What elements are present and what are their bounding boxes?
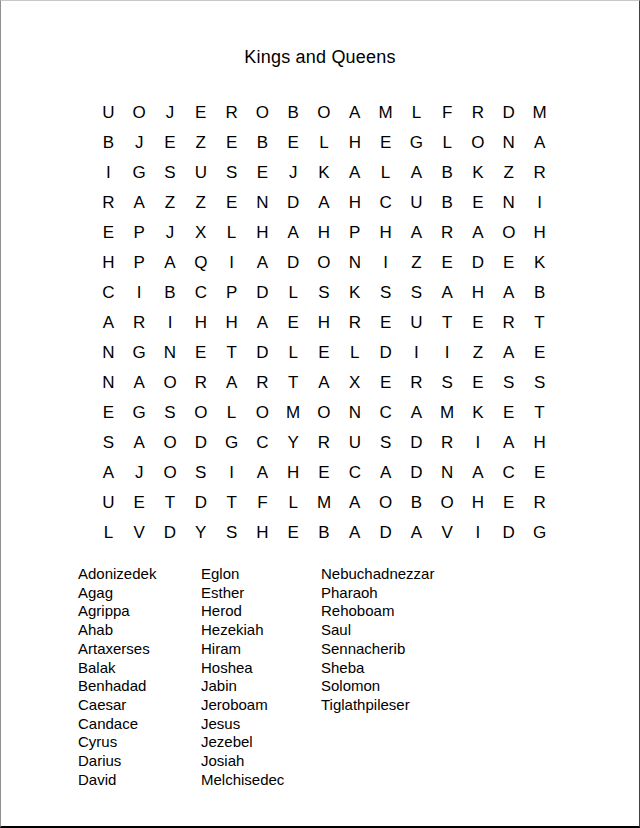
grid-cell[interactable]: L (401, 97, 432, 127)
grid-cell[interactable]: Y (185, 517, 216, 547)
grid-cell[interactable]: O (309, 97, 340, 127)
grid-cell[interactable]: M (278, 397, 309, 427)
grid-cell[interactable]: D (401, 457, 432, 487)
grid-cell[interactable]: P (124, 247, 155, 277)
grid-cell[interactable]: T (524, 307, 555, 337)
grid-cell[interactable]: E (278, 307, 309, 337)
grid-cell[interactable]: Z (155, 187, 186, 217)
grid-cell[interactable]: S (216, 157, 247, 187)
word-item: Jeroboam (201, 696, 321, 715)
grid-cell[interactable]: A (339, 487, 370, 517)
word-list-column: AdonizedekAgagAgrippaAhabArtaxersesBalak… (78, 565, 201, 789)
grid-cell[interactable]: C (493, 457, 524, 487)
grid-cell[interactable]: E (124, 487, 155, 517)
word-item: Hiram (201, 640, 321, 659)
grid-cell[interactable]: Z (401, 247, 432, 277)
word-item: Rehoboam (321, 602, 434, 621)
grid-cell[interactable]: N (155, 337, 186, 367)
grid-cell[interactable]: A (247, 247, 278, 277)
grid-cell[interactable]: E (432, 247, 463, 277)
grid-cell[interactable]: Y (278, 427, 309, 457)
grid-cell[interactable]: E (463, 367, 494, 397)
word-item: Hezekiah (201, 621, 321, 640)
word-item: Herod (201, 602, 321, 621)
grid-cell[interactable]: T (278, 367, 309, 397)
word-item: Artaxerses (78, 640, 201, 659)
grid-cell[interactable]: O (155, 427, 186, 457)
word-item: Melchisedec (201, 771, 321, 790)
grid-cell[interactable]: E (370, 307, 401, 337)
grid-cell[interactable]: N (493, 127, 524, 157)
grid-cell[interactable]: G (124, 337, 155, 367)
grid-cell[interactable]: C (370, 187, 401, 217)
grid-cell[interactable]: A (278, 217, 309, 247)
grid-cell[interactable]: M (370, 97, 401, 127)
grid-cell[interactable]: D (155, 517, 186, 547)
grid-cell[interactable]: H (524, 427, 555, 457)
word-item: Adonizedek (78, 565, 201, 584)
grid-cell[interactable]: S (432, 367, 463, 397)
grid-cell[interactable]: E (216, 127, 247, 157)
grid-cell[interactable]: I (93, 157, 124, 187)
grid-cell[interactable]: A (401, 217, 432, 247)
grid-cell[interactable]: P (339, 217, 370, 247)
grid-cell[interactable]: G (524, 517, 555, 547)
grid-cell[interactable]: A (124, 427, 155, 457)
grid-cell[interactable]: U (401, 307, 432, 337)
grid-cell[interactable]: L (93, 517, 124, 547)
word-search-page: Kings and Queens UOJEROBOAMLFRDMBJEZEBEL… (0, 0, 640, 828)
grid-cell[interactable]: E (93, 397, 124, 427)
grid-cell[interactable]: N (247, 187, 278, 217)
grid-cell[interactable]: E (493, 397, 524, 427)
grid-cell[interactable]: S (370, 277, 401, 307)
grid-cell[interactable]: Z (185, 127, 216, 157)
grid-cell[interactable]: A (124, 187, 155, 217)
grid-cell[interactable]: E (155, 127, 186, 157)
word-item: Agag (78, 584, 201, 603)
grid-cell[interactable]: A (370, 457, 401, 487)
grid-cell[interactable]: L (278, 487, 309, 517)
grid-cell[interactable]: P (216, 277, 247, 307)
grid-cell[interactable]: D (278, 187, 309, 217)
grid-cell[interactable]: N (432, 457, 463, 487)
grid-cell[interactable]: O (463, 127, 494, 157)
word-item: Hoshea (201, 659, 321, 678)
grid-cell[interactable]: N (493, 187, 524, 217)
grid-cell[interactable]: E (463, 307, 494, 337)
grid-cell[interactable]: D (401, 427, 432, 457)
grid-cell[interactable]: O (493, 217, 524, 247)
grid-cell[interactable]: H (463, 487, 494, 517)
grid-cell[interactable]: I (216, 457, 247, 487)
grid-cell[interactable]: H (216, 307, 247, 337)
grid-cell[interactable]: H (370, 217, 401, 247)
grid-cell[interactable]: U (185, 157, 216, 187)
grid-cell[interactable]: G (124, 157, 155, 187)
grid-cell[interactable]: E (278, 517, 309, 547)
grid-cell[interactable]: R (524, 487, 555, 517)
grid-cell[interactable]: I (401, 337, 432, 367)
grid-cell[interactable]: F (432, 97, 463, 127)
word-item: Balak (78, 659, 201, 678)
word-item: Eglon (201, 565, 321, 584)
grid-cell[interactable]: L (216, 397, 247, 427)
grid-cell[interactable]: A (309, 187, 340, 217)
grid-cell[interactable]: S (309, 277, 340, 307)
grid-cell[interactable]: R (216, 97, 247, 127)
word-item: Caesar (78, 696, 201, 715)
word-item: Darius (78, 752, 201, 771)
grid-cell[interactable]: L (216, 217, 247, 247)
word-item: Benhadad (78, 677, 201, 696)
grid-cell[interactable]: D (185, 427, 216, 457)
grid-cell[interactable]: S (216, 517, 247, 547)
word-item: Sennacherib (321, 640, 434, 659)
grid-cell[interactable]: T (524, 397, 555, 427)
grid-cell[interactable]: K (524, 247, 555, 277)
grid-cell[interactable]: C (93, 277, 124, 307)
grid-cell[interactable]: F (247, 487, 278, 517)
grid-cell[interactable]: I (216, 247, 247, 277)
word-item: Jabin (201, 677, 321, 696)
grid-cell[interactable]: A (216, 367, 247, 397)
grid-cell[interactable]: N (93, 367, 124, 397)
grid-cell[interactable]: D (493, 517, 524, 547)
word-item: Esther (201, 584, 321, 603)
grid-cell[interactable]: T (216, 487, 247, 517)
grid-cell[interactable]: A (339, 517, 370, 547)
grid-cell[interactable]: E (309, 457, 340, 487)
grid-cell[interactable]: D (185, 487, 216, 517)
word-list-column: NebuchadnezzarPharaohRehoboamSaulSennach… (321, 565, 434, 715)
grid-cell[interactable]: U (93, 487, 124, 517)
grid-cell[interactable]: E (370, 367, 401, 397)
grid-cell[interactable]: V (124, 517, 155, 547)
grid-cell[interactable]: R (93, 187, 124, 217)
grid-cell[interactable]: E (216, 187, 247, 217)
grid-cell[interactable]: I (463, 517, 494, 547)
grid-cell[interactable]: I (463, 427, 494, 457)
grid-cell[interactable]: E (93, 217, 124, 247)
grid-cell[interactable]: O (309, 247, 340, 277)
grid-cell[interactable]: R (124, 307, 155, 337)
grid-cell[interactable]: H (524, 217, 555, 247)
word-item: Cyrus (78, 733, 201, 752)
word-list-column: EglonEstherHerodHezekiahHiramHosheaJabin… (201, 565, 321, 789)
grid-cell[interactable]: A (155, 247, 186, 277)
grid-cell[interactable]: A (93, 307, 124, 337)
grid-cell[interactable]: G (401, 127, 432, 157)
grid-cell[interactable]: I (524, 187, 555, 217)
grid-cell[interactable]: B (432, 157, 463, 187)
grid-cell[interactable]: H (309, 217, 340, 247)
grid-cell[interactable]: V (432, 517, 463, 547)
grid-cell[interactable]: A (463, 217, 494, 247)
grid-cell[interactable]: B (278, 97, 309, 127)
grid-cell[interactable]: R (524, 157, 555, 187)
word-item: Agrippa (78, 602, 201, 621)
grid-cell[interactable]: I (370, 247, 401, 277)
grid-cell[interactable]: D (370, 337, 401, 367)
grid-cell[interactable]: S (493, 367, 524, 397)
word-item: Josiah (201, 752, 321, 771)
grid-cell[interactable]: O (124, 97, 155, 127)
grid-cell[interactable]: L (370, 157, 401, 187)
grid-cell[interactable]: K (309, 157, 340, 187)
grid-cell[interactable]: R (401, 367, 432, 397)
grid-cell[interactable]: U (93, 97, 124, 127)
grid-cell[interactable]: B (432, 187, 463, 217)
word-item: Solomon (321, 677, 434, 696)
grid-cell[interactable]: B (524, 277, 555, 307)
word-item: Candace (78, 715, 201, 734)
grid-cell[interactable]: H (247, 517, 278, 547)
grid-cell[interactable]: R (339, 307, 370, 337)
grid-cell[interactable]: B (401, 487, 432, 517)
grid-cell[interactable]: C (339, 457, 370, 487)
grid-cell[interactable]: A (401, 397, 432, 427)
grid-cell[interactable]: D (370, 517, 401, 547)
grid-cell[interactable]: B (247, 127, 278, 157)
grid-cell[interactable]: A (401, 157, 432, 187)
grid-cell[interactable]: B (93, 127, 124, 157)
grid-cell[interactable]: Z (185, 187, 216, 217)
grid-cell[interactable]: K (463, 397, 494, 427)
grid-cell[interactable]: H (278, 457, 309, 487)
grid-cell[interactable]: R (185, 367, 216, 397)
grid-cell[interactable]: H (339, 127, 370, 157)
grid-cell[interactable]: A (493, 277, 524, 307)
grid-cell[interactable]: O (155, 457, 186, 487)
grid-cell[interactable]: E (309, 337, 340, 367)
grid-cell[interactable]: C (370, 397, 401, 427)
grid-cell[interactable]: H (463, 277, 494, 307)
grid-cell[interactable]: X (339, 367, 370, 397)
grid-cell[interactable]: L (278, 337, 309, 367)
grid-cell[interactable]: A (309, 367, 340, 397)
grid-cell[interactable]: E (463, 187, 494, 217)
grid-cell[interactable]: P (124, 217, 155, 247)
grid-cell[interactable]: N (339, 247, 370, 277)
grid-cell[interactable]: R (432, 427, 463, 457)
grid-cell[interactable]: A (247, 457, 278, 487)
grid-cell[interactable]: K (339, 277, 370, 307)
grid-cell[interactable]: E (370, 127, 401, 157)
grid-cell[interactable]: L (309, 127, 340, 157)
grid-cell[interactable]: T (155, 487, 186, 517)
grid-cell[interactable]: I (124, 277, 155, 307)
grid-cell[interactable]: O (370, 487, 401, 517)
grid-cell[interactable]: R (432, 217, 463, 247)
letter-grid: UOJEROBOAMLFRDMBJEZEBELHEGLONAIGSUSEJKAL… (93, 97, 555, 547)
grid-cell[interactable]: A (247, 307, 278, 337)
grid-cell[interactable]: S (93, 427, 124, 457)
grid-cell[interactable]: M (524, 97, 555, 127)
grid-cell[interactable]: T (216, 337, 247, 367)
grid-cell[interactable]: R (247, 367, 278, 397)
grid-cell[interactable]: A (493, 337, 524, 367)
word-item: Ahab (78, 621, 201, 640)
grid-cell[interactable]: D (247, 277, 278, 307)
grid-cell[interactable]: E (524, 457, 555, 487)
grid-cell[interactable]: E (185, 97, 216, 127)
grid-cell[interactable]: Z (493, 157, 524, 187)
grid-cell[interactable]: A (339, 157, 370, 187)
grid-cell[interactable]: E (524, 337, 555, 367)
grid-cell[interactable]: U (339, 427, 370, 457)
grid-cell[interactable]: B (155, 277, 186, 307)
grid-cell[interactable]: A (524, 127, 555, 157)
grid-cell[interactable]: O (309, 397, 340, 427)
grid-cell[interactable]: A (432, 277, 463, 307)
grid-cell[interactable]: A (463, 457, 494, 487)
grid-cell[interactable]: O (185, 397, 216, 427)
word-item: Sheba (321, 659, 434, 678)
grid-cell[interactable]: E (278, 127, 309, 157)
grid-cell[interactable]: H (93, 247, 124, 277)
grid-cell[interactable]: G (216, 427, 247, 457)
grid-cell[interactable]: L (339, 337, 370, 367)
grid-cell[interactable]: K (463, 157, 494, 187)
grid-cell[interactable]: E (493, 487, 524, 517)
grid-cell[interactable]: M (432, 397, 463, 427)
grid-cell[interactable]: L (432, 127, 463, 157)
grid-cell[interactable]: A (493, 427, 524, 457)
grid-cell[interactable]: J (155, 97, 186, 127)
puzzle-title: Kings and Queens (1, 47, 639, 68)
grid-cell[interactable]: O (247, 97, 278, 127)
grid-cell[interactable]: S (185, 457, 216, 487)
word-item: Jezebel (201, 733, 321, 752)
word-item: Jesus (201, 715, 321, 734)
grid-cell[interactable]: T (432, 307, 463, 337)
word-list: AdonizedekAgagAgrippaAhabArtaxersesBalak… (78, 565, 434, 789)
grid-cell[interactable]: D (247, 337, 278, 367)
grid-cell[interactable]: A (93, 457, 124, 487)
grid-cell[interactable]: S (524, 367, 555, 397)
grid-cell[interactable]: S (155, 397, 186, 427)
grid-cell[interactable]: H (309, 307, 340, 337)
grid-cell[interactable]: J (124, 127, 155, 157)
grid-cell[interactable]: N (339, 397, 370, 427)
grid-cell[interactable]: G (124, 397, 155, 427)
grid-cell[interactable]: D (278, 247, 309, 277)
grid-cell[interactable]: J (155, 217, 186, 247)
grid-cell[interactable]: A (339, 97, 370, 127)
word-item: Nebuchadnezzar (321, 565, 434, 584)
grid-cell[interactable]: J (278, 157, 309, 187)
grid-cell[interactable]: N (93, 337, 124, 367)
word-item: Saul (321, 621, 434, 640)
grid-cell[interactable]: C (185, 277, 216, 307)
grid-cell[interactable]: S (155, 157, 186, 187)
grid-cell[interactable]: S (370, 427, 401, 457)
grid-cell[interactable]: H (185, 307, 216, 337)
grid-cell[interactable]: A (401, 517, 432, 547)
grid-cell[interactable]: D (493, 97, 524, 127)
word-item: David (78, 771, 201, 790)
grid-cell[interactable]: O (247, 397, 278, 427)
grid-cell[interactable]: S (401, 277, 432, 307)
grid-cell[interactable]: E (493, 247, 524, 277)
grid-cell[interactable]: R (309, 427, 340, 457)
grid-cell[interactable]: Q (185, 247, 216, 277)
grid-cell[interactable]: E (185, 337, 216, 367)
grid-cell[interactable]: B (309, 517, 340, 547)
grid-cell[interactable]: R (493, 307, 524, 337)
grid-cell[interactable]: M (309, 487, 340, 517)
grid-cell[interactable]: H (339, 187, 370, 217)
word-item: Tiglathpileser (321, 696, 434, 715)
word-item: Pharaoh (321, 584, 434, 603)
grid-cell[interactable]: I (432, 337, 463, 367)
grid-cell[interactable]: L (278, 277, 309, 307)
grid-cell[interactable]: A (124, 367, 155, 397)
grid-cell[interactable]: J (124, 457, 155, 487)
grid-cell[interactable]: I (155, 307, 186, 337)
grid-cell[interactable]: C (247, 427, 278, 457)
grid-cell[interactable]: O (155, 367, 186, 397)
grid-cell[interactable]: X (185, 217, 216, 247)
grid-cell[interactable]: O (432, 487, 463, 517)
grid-cell[interactable]: R (463, 97, 494, 127)
grid-cell[interactable]: D (463, 247, 494, 277)
grid-cell[interactable]: Z (463, 337, 494, 367)
grid-cell[interactable]: E (247, 157, 278, 187)
grid-cell[interactable]: U (401, 187, 432, 217)
grid-cell[interactable]: H (247, 217, 278, 247)
